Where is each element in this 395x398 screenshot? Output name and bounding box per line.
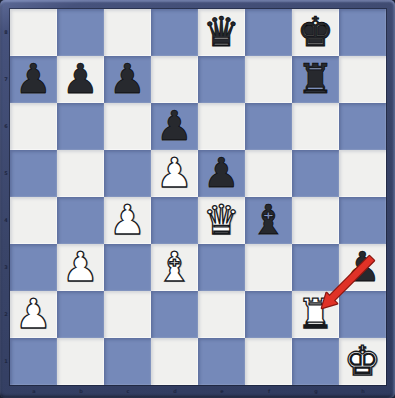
square-a2[interactable]: ♟: [10, 291, 57, 338]
white-pawn-a2[interactable]: ♟: [15, 291, 52, 338]
file-label-b: b: [78, 389, 84, 395]
black-queen-e8[interactable]: ♛: [203, 9, 240, 56]
square-d7[interactable]: [151, 56, 198, 103]
white-queen-e4[interactable]: ♛: [203, 197, 240, 244]
square-g7[interactable]: ♜: [292, 56, 339, 103]
square-c1[interactable]: [104, 338, 151, 385]
square-c5[interactable]: [104, 150, 151, 197]
square-h7[interactable]: [339, 56, 386, 103]
file-label-a: a: [31, 389, 37, 395]
black-pawn-b7[interactable]: ♟: [62, 56, 99, 103]
square-a3[interactable]: [10, 244, 57, 291]
square-c6[interactable]: [104, 103, 151, 150]
square-d5[interactable]: ♟: [151, 150, 198, 197]
square-d2[interactable]: [151, 291, 198, 338]
square-a7[interactable]: ♟: [10, 56, 57, 103]
square-c3[interactable]: [104, 244, 151, 291]
black-pawn-a7[interactable]: ♟: [15, 56, 52, 103]
square-h2[interactable]: [339, 291, 386, 338]
square-e3[interactable]: [198, 244, 245, 291]
black-pawn-c7[interactable]: ♟: [109, 56, 146, 103]
black-pawn-h3[interactable]: ♟: [344, 244, 381, 291]
square-b7[interactable]: ♟: [57, 56, 104, 103]
black-pawn-e5[interactable]: ♟: [203, 150, 240, 197]
white-pawn-d5[interactable]: ♟: [156, 150, 193, 197]
square-b3[interactable]: ♟: [57, 244, 104, 291]
square-h4[interactable]: [339, 197, 386, 244]
square-g6[interactable]: [292, 103, 339, 150]
square-e2[interactable]: [198, 291, 245, 338]
square-c4[interactable]: ♟: [104, 197, 151, 244]
square-h3[interactable]: ♟: [339, 244, 386, 291]
square-a6[interactable]: [10, 103, 57, 150]
square-f5[interactable]: [245, 150, 292, 197]
square-h8[interactable]: [339, 9, 386, 56]
square-b5[interactable]: [57, 150, 104, 197]
square-d3[interactable]: ♝: [151, 244, 198, 291]
square-e6[interactable]: [198, 103, 245, 150]
rank-label-2: 2: [3, 312, 9, 317]
square-e5[interactable]: ♟: [198, 150, 245, 197]
square-a5[interactable]: [10, 150, 57, 197]
file-label-c: c: [125, 389, 131, 395]
rank-label-3: 3: [3, 265, 9, 270]
square-b2[interactable]: [57, 291, 104, 338]
square-f3[interactable]: [245, 244, 292, 291]
black-pawn-d6[interactable]: ♟: [156, 103, 193, 150]
square-f1[interactable]: [245, 338, 292, 385]
white-rook-g2[interactable]: ♜: [297, 291, 334, 338]
square-d4[interactable]: [151, 197, 198, 244]
black-rook-g7[interactable]: ♜: [297, 56, 334, 103]
file-label-e: e: [219, 389, 225, 395]
square-b6[interactable]: [57, 103, 104, 150]
square-f6[interactable]: [245, 103, 292, 150]
square-e7[interactable]: [198, 56, 245, 103]
square-g5[interactable]: [292, 150, 339, 197]
square-g1[interactable]: [292, 338, 339, 385]
square-c7[interactable]: ♟: [104, 56, 151, 103]
white-king-h1[interactable]: ♚: [344, 338, 381, 385]
square-f7[interactable]: [245, 56, 292, 103]
square-h1[interactable]: ♚: [339, 338, 386, 385]
square-b8[interactable]: [57, 9, 104, 56]
square-f2[interactable]: [245, 291, 292, 338]
square-e8[interactable]: ♛: [198, 9, 245, 56]
square-c2[interactable]: [104, 291, 151, 338]
square-b1[interactable]: [57, 338, 104, 385]
square-d1[interactable]: [151, 338, 198, 385]
rank-label-8: 8: [3, 30, 9, 35]
square-e1[interactable]: [198, 338, 245, 385]
square-e4[interactable]: ♛: [198, 197, 245, 244]
square-g8[interactable]: ♚: [292, 9, 339, 56]
rank-label-7: 7: [3, 77, 9, 82]
chess-board[interactable]: ♛♚♟♟♟♜♟♟♟♟♛♝♟♝♟♟♜♚: [10, 9, 386, 385]
file-label-d: d: [172, 389, 178, 395]
white-pawn-b3[interactable]: ♟: [62, 244, 99, 291]
square-c8[interactable]: [104, 9, 151, 56]
white-bishop-d3[interactable]: ♝: [156, 244, 193, 291]
square-d6[interactable]: ♟: [151, 103, 198, 150]
square-g3[interactable]: [292, 244, 339, 291]
square-f8[interactable]: [245, 9, 292, 56]
black-king-g8[interactable]: ♚: [297, 9, 334, 56]
white-pawn-c4[interactable]: ♟: [109, 197, 146, 244]
file-label-g: g: [313, 389, 319, 395]
square-h6[interactable]: [339, 103, 386, 150]
square-a4[interactable]: [10, 197, 57, 244]
square-g2[interactable]: ♜: [292, 291, 339, 338]
square-d8[interactable]: [151, 9, 198, 56]
board-frame: ♛♚♟♟♟♜♟♟♟♟♛♝♟♝♟♟♜♚ 87654321abcdefgh: [0, 0, 395, 398]
square-a1[interactable]: [10, 338, 57, 385]
rank-label-5: 5: [3, 171, 9, 176]
rank-label-1: 1: [3, 359, 9, 364]
square-b4[interactable]: [57, 197, 104, 244]
square-g4[interactable]: [292, 197, 339, 244]
black-bishop-f4[interactable]: ♝: [250, 197, 287, 244]
rank-label-6: 6: [3, 124, 9, 129]
file-label-f: f: [266, 389, 272, 395]
square-a8[interactable]: [10, 9, 57, 56]
rank-label-4: 4: [3, 218, 9, 223]
square-f4[interactable]: ♝: [245, 197, 292, 244]
file-label-h: h: [360, 389, 366, 395]
square-h5[interactable]: [339, 150, 386, 197]
